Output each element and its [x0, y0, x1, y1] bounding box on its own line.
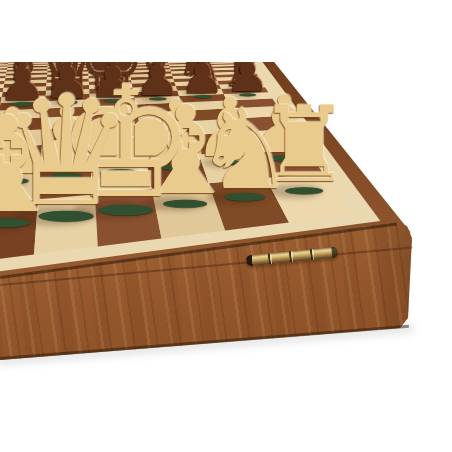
square-e1: [95, 189, 162, 247]
square-f2: [146, 155, 209, 189]
background-crop-mask: [0, 0, 452, 62]
square-f3: [142, 135, 199, 159]
square-g3: [192, 132, 251, 155]
square-c2: [0, 167, 40, 205]
square-c3: [0, 145, 42, 171]
square-e3: [92, 138, 146, 162]
square-c1: [0, 200, 38, 263]
square-d3: [40, 142, 93, 167]
square-d1: [34, 194, 98, 254]
square-d2: [38, 163, 95, 200]
chess-box-photo: ♜♞♝♛♚♝♞♜♟♟♟♟♟♟♟♟♟♟♟♟♟♟♟♟♜♞♝♛♚♝♞♜ rnbqkbn…: [0, 0, 452, 452]
square-e2: [93, 159, 152, 195]
